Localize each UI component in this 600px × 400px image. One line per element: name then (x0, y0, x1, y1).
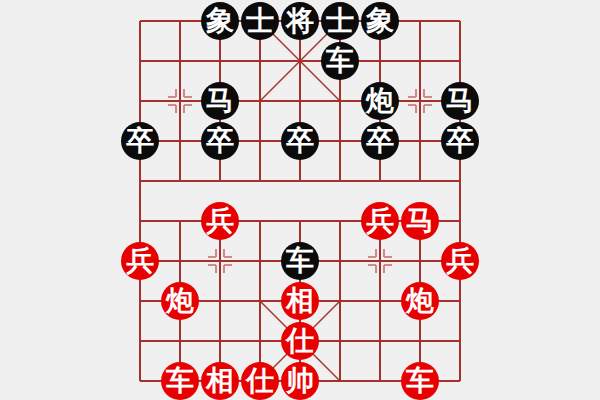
piece-black-advisor[interactable]: 士 (241, 2, 279, 40)
xiangqi-board: 象士将士象车马炮马卒卒卒卒卒车兵兵马兵兵炮相炮仕车相仕帅车 (0, 0, 600, 400)
board-grid[interactable]: 象士将士象车马炮马卒卒卒卒卒车兵兵马兵兵炮相炮仕车相仕帅车 (120, 1, 480, 400)
piece-red-soldier[interactable]: 兵 (361, 202, 399, 240)
piece-red-soldier[interactable]: 兵 (441, 242, 479, 280)
piece-black-cannon[interactable]: 炮 (361, 82, 399, 120)
piece-red-elephant[interactable]: 相 (281, 282, 319, 320)
piece-red-chariot[interactable]: 车 (401, 362, 439, 400)
piece-red-cannon[interactable]: 炮 (401, 282, 439, 320)
piece-black-chariot[interactable]: 车 (321, 42, 359, 80)
piece-red-soldier[interactable]: 兵 (201, 202, 239, 240)
piece-black-chariot[interactable]: 车 (281, 242, 319, 280)
piece-black-soldier[interactable]: 卒 (281, 122, 319, 160)
piece-red-elephant[interactable]: 相 (201, 362, 239, 400)
piece-red-chariot[interactable]: 车 (161, 362, 199, 400)
piece-red-advisor[interactable]: 仕 (241, 362, 279, 400)
piece-black-soldier[interactable]: 卒 (201, 122, 239, 160)
piece-black-soldier[interactable]: 卒 (441, 122, 479, 160)
piece-black-horse[interactable]: 马 (201, 82, 239, 120)
piece-black-advisor[interactable]: 士 (321, 2, 359, 40)
piece-black-soldier[interactable]: 卒 (361, 122, 399, 160)
piece-black-elephant[interactable]: 象 (361, 2, 399, 40)
piece-red-cannon[interactable]: 炮 (161, 282, 199, 320)
piece-black-soldier[interactable]: 卒 (121, 122, 159, 160)
piece-red-advisor[interactable]: 仕 (281, 322, 319, 360)
piece-red-horse[interactable]: 马 (401, 202, 439, 240)
piece-black-general[interactable]: 将 (281, 2, 319, 40)
piece-black-horse[interactable]: 马 (441, 82, 479, 120)
piece-red-general[interactable]: 帅 (281, 362, 319, 400)
piece-red-soldier[interactable]: 兵 (121, 242, 159, 280)
piece-black-elephant[interactable]: 象 (201, 2, 239, 40)
